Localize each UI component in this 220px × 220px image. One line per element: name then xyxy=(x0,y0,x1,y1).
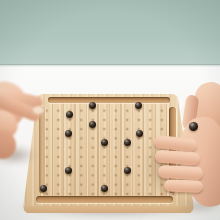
stone-r0c4[interactable] xyxy=(89,102,96,109)
left-fingertip xyxy=(33,106,44,114)
right-finger-3 xyxy=(158,165,204,180)
board-side-edge xyxy=(23,206,194,214)
stone-r1c2[interactable] xyxy=(66,111,73,118)
stone-trench-left[interactable] xyxy=(39,107,45,193)
scene xyxy=(0,0,220,220)
stone-r4c5[interactable] xyxy=(101,139,108,146)
background-wall xyxy=(0,0,220,65)
stone-r2c4[interactable] xyxy=(89,121,96,128)
held-stone[interactable] xyxy=(189,122,198,131)
stone-r4c7[interactable] xyxy=(124,139,131,146)
stone-trench-top[interactable] xyxy=(48,97,170,103)
right-finger-4 xyxy=(164,179,203,192)
stone-r7c2[interactable] xyxy=(65,167,72,174)
stone-r3c8[interactable] xyxy=(136,130,143,137)
wall-table-seam xyxy=(0,64,220,67)
stone-r9c5[interactable] xyxy=(101,185,108,192)
stone-r0c8[interactable] xyxy=(135,102,142,109)
